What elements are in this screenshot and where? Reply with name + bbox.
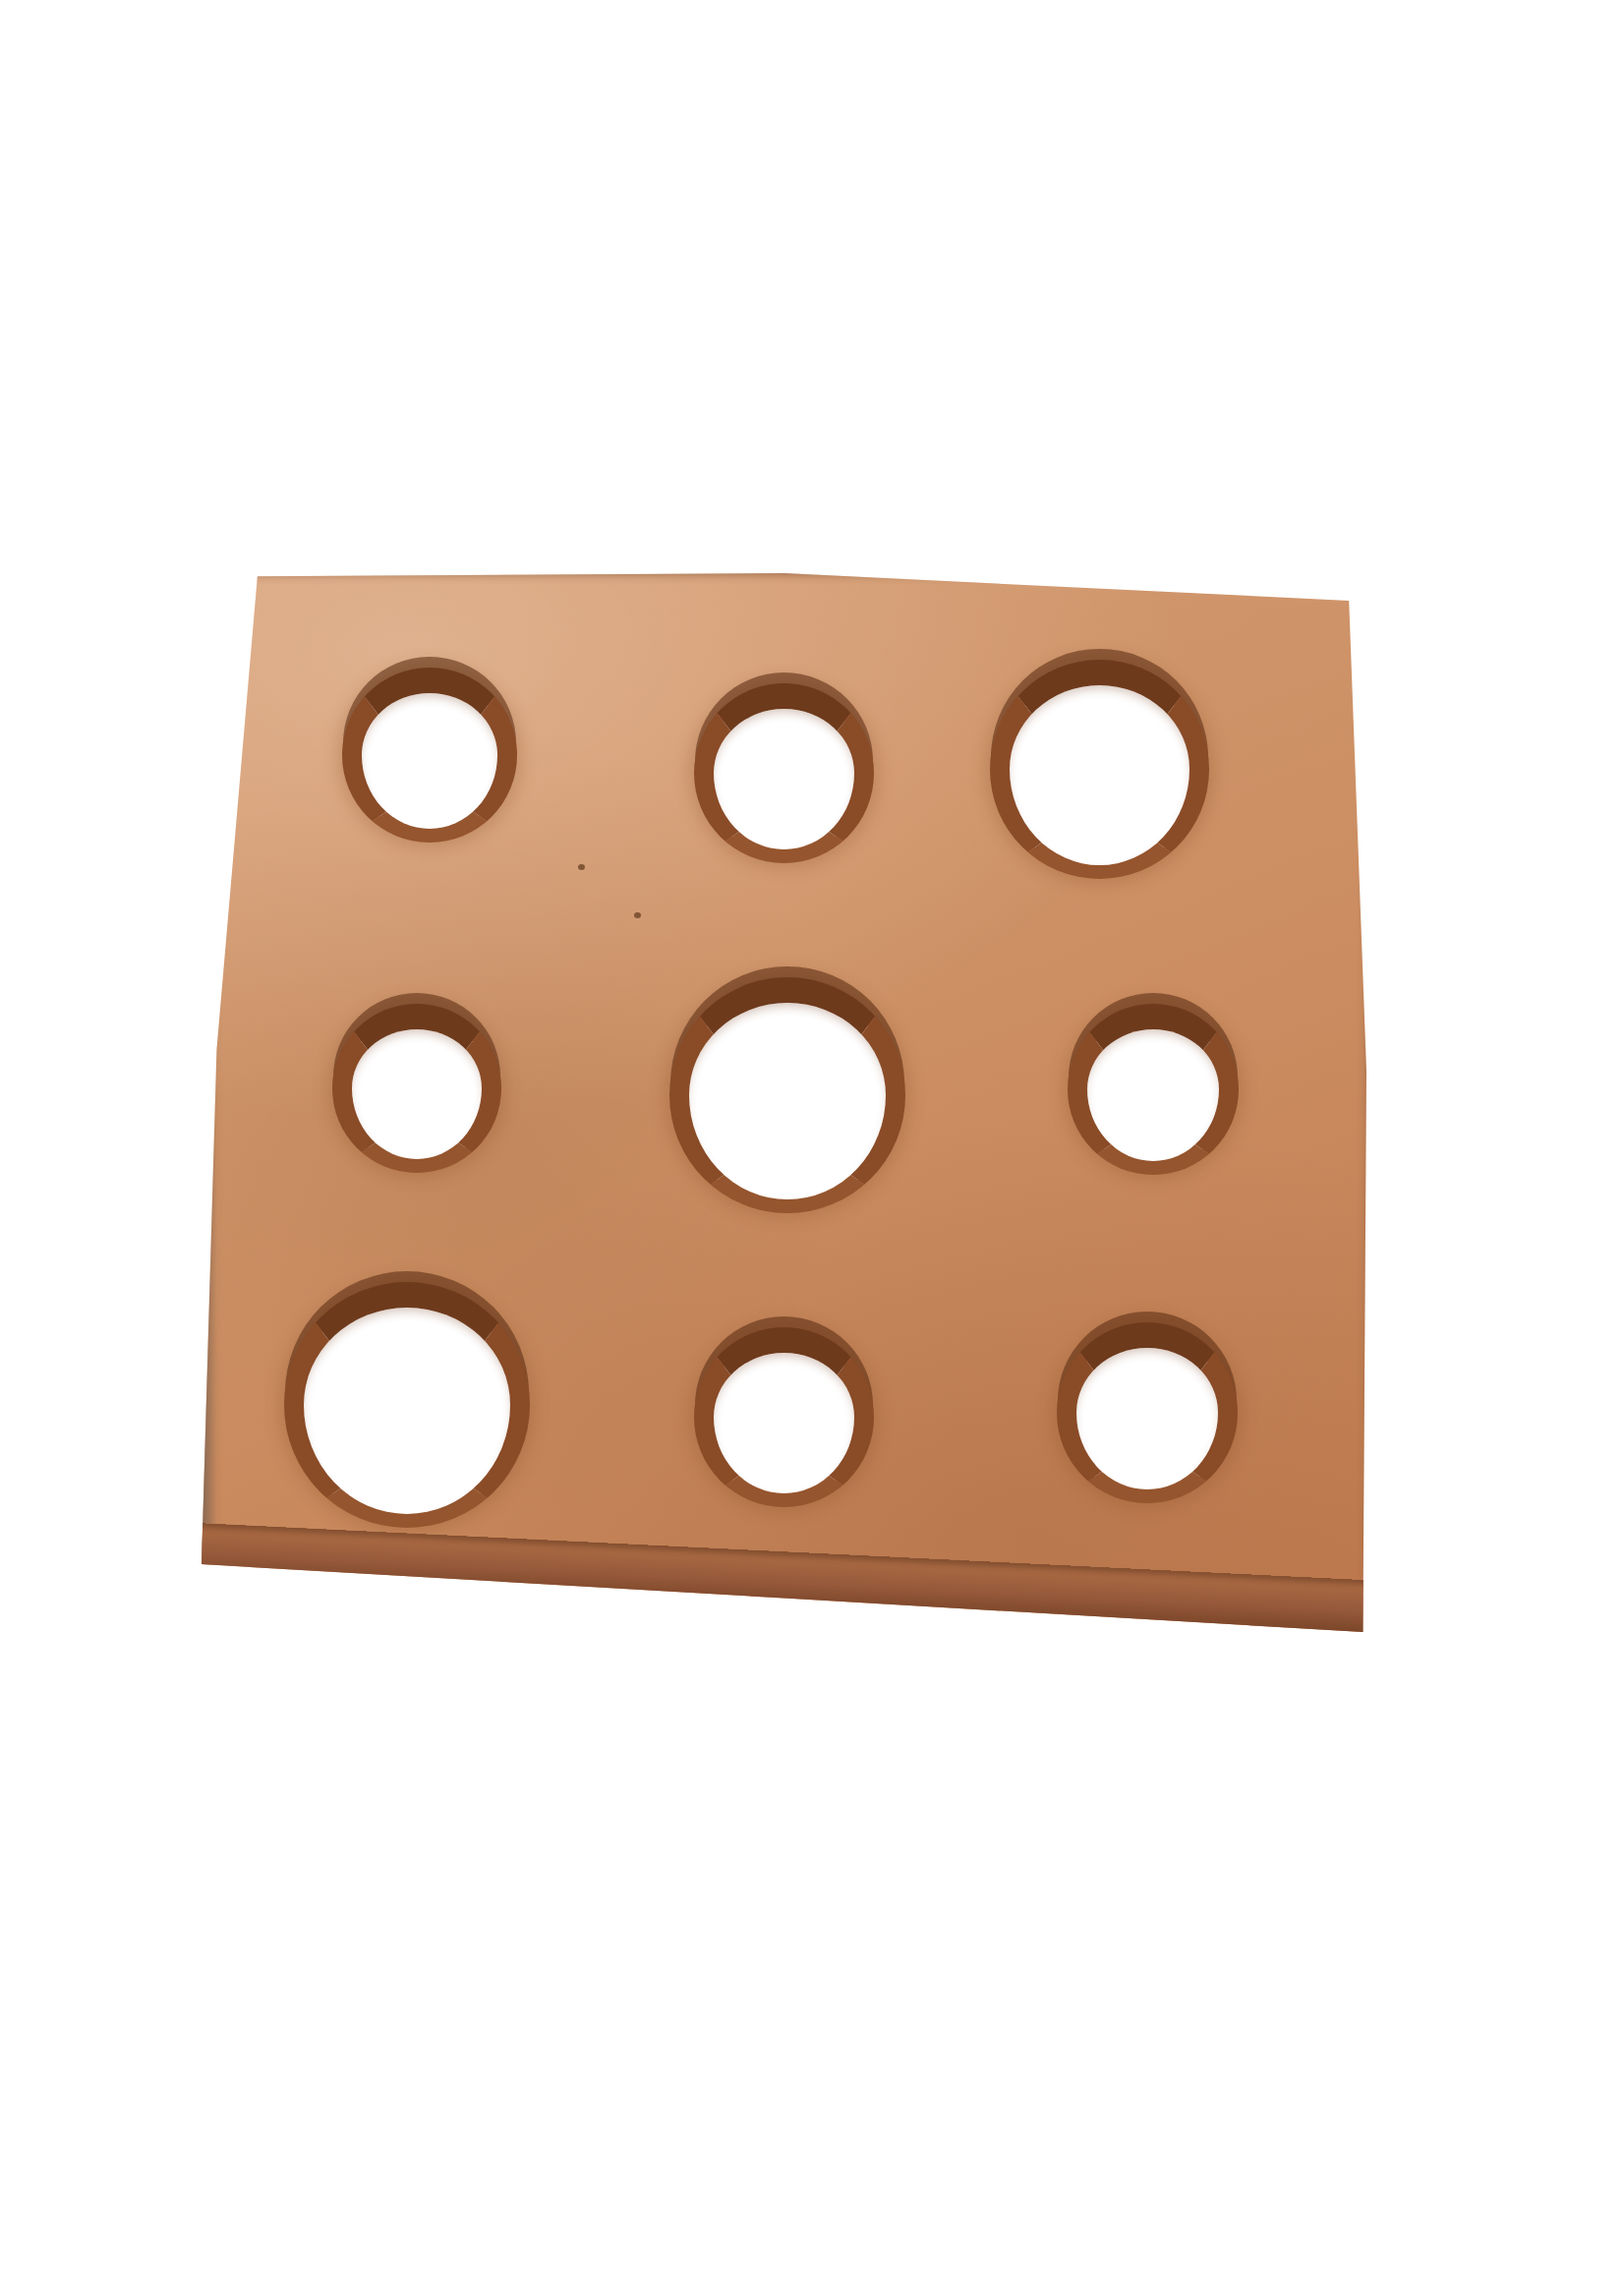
photo-canvas xyxy=(0,0,1624,2274)
hole-cell xyxy=(590,910,978,1248)
leather-speck xyxy=(634,912,641,918)
punched-hole xyxy=(669,977,905,1213)
punched-hole xyxy=(990,660,1209,879)
hole-cell xyxy=(590,573,978,910)
hole-cell xyxy=(202,573,590,910)
leather-speck xyxy=(578,864,585,870)
punched-hole xyxy=(342,668,517,843)
hole-cell xyxy=(202,910,590,1248)
hole-cell xyxy=(978,910,1366,1248)
punched-hole xyxy=(332,1004,501,1173)
punched-hole xyxy=(1068,1004,1239,1175)
hole-grid xyxy=(202,573,1366,1586)
hole-cell xyxy=(590,1249,978,1586)
punched-hole xyxy=(694,1327,874,1507)
punched-hole xyxy=(284,1282,530,1528)
punched-hole xyxy=(1057,1322,1238,1503)
punched-hole xyxy=(694,683,874,863)
hole-cell xyxy=(978,573,1366,910)
hole-cell xyxy=(978,1249,1366,1586)
leather-square xyxy=(202,573,1366,1632)
